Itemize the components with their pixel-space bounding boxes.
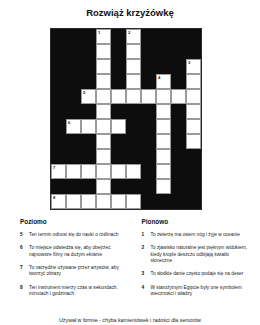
black-cell	[171, 134, 186, 149]
clue-item-number: 3	[142, 271, 147, 277]
black-cell	[186, 44, 201, 59]
black-cell	[81, 29, 96, 44]
black-cell	[186, 149, 201, 164]
white-cell[interactable]	[186, 74, 201, 89]
black-cell	[51, 104, 66, 119]
clue-number: 8	[53, 195, 55, 200]
white-cell[interactable]	[66, 164, 81, 179]
white-cell[interactable]	[96, 119, 111, 134]
white-cell[interactable]	[156, 164, 171, 179]
white-cell[interactable]	[96, 44, 111, 59]
black-cell	[141, 134, 156, 149]
clue-item: 1To zwierzę ma osiem nóg i żyje w oceani…	[142, 232, 249, 238]
black-cell	[126, 104, 141, 119]
white-cell[interactable]	[126, 89, 141, 104]
black-cell	[156, 194, 171, 209]
black-cell	[66, 74, 81, 89]
black-cell	[141, 29, 156, 44]
white-cell[interactable]	[96, 134, 111, 149]
white-cell[interactable]	[96, 164, 111, 179]
white-cell[interactable]	[96, 179, 111, 194]
clue-number: 3	[188, 60, 190, 65]
clue-item-text: Ten termin odnosi się do nauki o roślina…	[29, 232, 118, 238]
black-cell	[141, 179, 156, 194]
black-cell	[51, 119, 66, 134]
white-cell[interactable]	[66, 194, 81, 209]
down-header: Pionowo	[142, 218, 249, 225]
white-cell[interactable]	[111, 89, 126, 104]
black-cell	[81, 179, 96, 194]
crossword-grid: 12345678	[50, 28, 202, 210]
white-cell[interactable]: 7	[51, 164, 66, 179]
white-cell[interactable]	[156, 89, 171, 104]
white-cell[interactable]	[156, 134, 171, 149]
white-cell[interactable]	[126, 74, 141, 89]
black-cell	[171, 104, 186, 119]
black-cell	[111, 134, 126, 149]
white-cell[interactable]: 5	[81, 89, 96, 104]
black-cell	[141, 104, 156, 119]
white-cell[interactable]	[96, 74, 111, 89]
white-cell[interactable]	[81, 194, 96, 209]
black-cell	[171, 44, 186, 59]
black-cell	[111, 149, 126, 164]
black-cell	[126, 119, 141, 134]
black-cell	[111, 74, 126, 89]
page: { "title": "Rozwiąż krzyżówkę", "game": …	[0, 0, 260, 325]
black-cell	[66, 104, 81, 119]
white-cell[interactable]	[111, 194, 126, 209]
clue-item-text: To słodkie danie często podaje się na de…	[151, 271, 244, 277]
across-clue-list: 5Ten termin odnosi się do nauki o roślin…	[20, 232, 127, 297]
black-cell	[81, 74, 96, 89]
white-cell[interactable]	[186, 134, 201, 149]
black-cell	[141, 44, 156, 59]
white-cell[interactable]	[126, 194, 141, 209]
white-cell[interactable]	[81, 119, 96, 134]
page-title: Rozwiąż krzyżówkę	[0, 7, 260, 18]
white-cell[interactable]: 2	[126, 29, 141, 44]
white-cell[interactable]	[81, 164, 96, 179]
black-cell	[51, 29, 66, 44]
black-cell	[171, 179, 186, 194]
clue-number: 2	[128, 30, 130, 35]
black-cell	[156, 29, 171, 44]
black-cell	[111, 29, 126, 44]
black-cell	[66, 149, 81, 164]
white-cell[interactable]	[156, 179, 171, 194]
black-cell	[171, 194, 186, 209]
down-clue-list: 1To zwierzę ma osiem nóg i żyje w oceani…	[142, 232, 249, 297]
black-cell	[81, 134, 96, 149]
black-cell	[186, 194, 201, 209]
black-cell	[66, 89, 81, 104]
black-cell	[171, 164, 186, 179]
black-cell	[66, 59, 81, 74]
clue-item: 3To słodkie danie często podaje się na d…	[142, 271, 249, 277]
white-cell[interactable]: 3	[186, 59, 201, 74]
black-cell	[141, 119, 156, 134]
white-cell[interactable]	[96, 89, 111, 104]
clue-number: 4	[158, 75, 160, 80]
clue-item: 7To narzędzie używane przez artystów, ab…	[20, 265, 127, 278]
white-cell[interactable]: 1	[96, 29, 111, 44]
clue-number: 5	[83, 90, 85, 95]
white-cell[interactable]	[141, 89, 156, 104]
white-cell[interactable]	[186, 89, 201, 104]
clue-item-text: Ten instrument mierzy czas w sekundach, …	[29, 285, 127, 298]
white-cell[interactable]	[156, 119, 171, 134]
white-cell[interactable]	[96, 104, 111, 119]
clue-item-text: To zjawisko naturalne jest pięknym widok…	[151, 245, 249, 264]
clue-item: 2To zjawisko naturalne jest pięknym wido…	[142, 245, 249, 264]
clue-item: 6To miejsce odwiedza się, aby obejrzeć n…	[20, 245, 127, 258]
black-cell	[81, 59, 96, 74]
clue-item: 8Ten instrument mierzy czas w sekundach,…	[20, 285, 127, 298]
clue-item-text: To miejsce odwiedza się, aby obejrzeć na…	[29, 245, 127, 258]
white-cell[interactable]	[111, 164, 126, 179]
black-cell	[81, 44, 96, 59]
black-cell	[171, 29, 186, 44]
white-cell[interactable]	[186, 104, 201, 119]
black-cell	[81, 149, 96, 164]
across-clues-column: Poziomo 5Ten termin odnosi się do nauki …	[20, 218, 127, 304]
black-cell	[126, 134, 141, 149]
across-header: Poziomo	[20, 218, 127, 225]
clue-number: 6	[68, 120, 70, 125]
clue-item-text: To zwierzę ma osiem nóg i żyje w oceanie	[151, 232, 240, 238]
clue-item-number: 5	[20, 232, 25, 238]
clue-item: 4W starożytnym Egipcie były one symbolem…	[142, 285, 249, 298]
white-cell[interactable]	[96, 194, 111, 209]
black-cell	[126, 179, 141, 194]
white-cell[interactable]	[186, 119, 201, 134]
black-cell	[51, 59, 66, 74]
black-cell	[171, 74, 186, 89]
clue-item-text: W starożytnym Egipcie były one symbolem …	[151, 285, 249, 298]
black-cell	[51, 89, 66, 104]
black-cell	[186, 179, 201, 194]
black-cell	[141, 194, 156, 209]
black-cell	[66, 44, 81, 59]
black-cell	[126, 149, 141, 164]
clue-item-text: To narzędzie używane przez artystów, aby…	[29, 265, 127, 278]
black-cell	[156, 59, 171, 74]
white-cell[interactable]	[111, 119, 126, 134]
black-cell	[111, 179, 126, 194]
white-cell[interactable]: 8	[51, 194, 66, 209]
white-cell[interactable]	[96, 149, 111, 164]
black-cell	[66, 179, 81, 194]
clue-item-number: 4	[142, 285, 147, 298]
white-cell[interactable]	[126, 59, 141, 74]
white-cell[interactable]	[126, 44, 141, 59]
black-cell	[171, 149, 186, 164]
clue-number: 1	[98, 30, 100, 35]
black-cell	[111, 104, 126, 119]
clue-number: 7	[53, 165, 55, 170]
black-cell	[186, 29, 201, 44]
white-cell[interactable]	[96, 59, 111, 74]
black-cell	[171, 59, 186, 74]
clues-section: Poziomo 5Ten termin odnosi się do nauki …	[20, 218, 248, 304]
black-cell	[51, 134, 66, 149]
black-cell	[111, 44, 126, 59]
white-cell[interactable]: 6	[66, 119, 81, 134]
black-cell	[141, 164, 156, 179]
black-cell	[111, 59, 126, 74]
black-cell	[186, 164, 201, 179]
black-cell	[156, 44, 171, 59]
black-cell	[51, 44, 66, 59]
white-cell[interactable]	[156, 149, 171, 164]
footer-text-partial: Używał w formie - chyba kamieniówek i ra…	[0, 317, 260, 323]
down-clues-column: Pionowo 1To zwierzę ma osiem nóg i żyje …	[142, 218, 249, 304]
white-cell[interactable]: 4	[156, 74, 171, 89]
clue-item-number: 7	[20, 265, 25, 278]
clue-item-number: 6	[20, 245, 25, 258]
white-cell[interactable]	[156, 104, 171, 119]
clue-item-number: 8	[20, 285, 25, 298]
clue-item-number: 2	[142, 245, 147, 264]
black-cell	[66, 134, 81, 149]
black-cell	[51, 149, 66, 164]
black-cell	[51, 179, 66, 194]
black-cell	[66, 29, 81, 44]
black-cell	[171, 119, 186, 134]
black-cell	[51, 74, 66, 89]
black-cell	[81, 104, 96, 119]
clue-item: 5Ten termin odnosi się do nauki o roślin…	[20, 232, 127, 238]
black-cell	[141, 149, 156, 164]
clue-item-number: 1	[142, 232, 147, 238]
white-cell[interactable]	[126, 164, 141, 179]
white-cell[interactable]	[171, 89, 186, 104]
black-cell	[141, 59, 156, 74]
black-cell	[141, 74, 156, 89]
